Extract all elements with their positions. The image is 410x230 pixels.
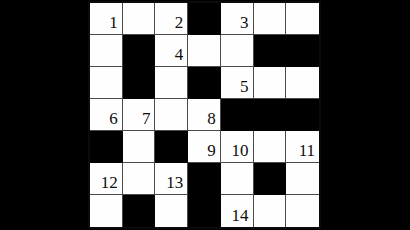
cell-r1c6[interactable] (254, 3, 287, 35)
cell-r2c1[interactable] (90, 35, 123, 67)
cell-r5c7[interactable]: 11 (286, 131, 319, 163)
block-cell-r3c4 (188, 67, 221, 99)
cell-r2c5[interactable] (221, 35, 254, 67)
clue-number-12: 12 (101, 174, 118, 191)
clue-number-6: 6 (109, 110, 118, 127)
screenshot-canvas: 1234567891011121314 (0, 0, 410, 230)
crossword-grid: 1234567891011121314 (88, 1, 321, 229)
block-cell-r4c7 (286, 99, 319, 131)
block-cell-r4c5 (221, 99, 254, 131)
block-cell-r7c2 (123, 195, 156, 227)
cell-r3c3[interactable] (155, 67, 188, 99)
cell-r1c5[interactable]: 3 (221, 3, 254, 35)
block-cell-r3c2 (123, 67, 156, 99)
cell-r4c1[interactable]: 6 (90, 99, 123, 131)
clue-number-11: 11 (299, 142, 315, 159)
clue-number-9: 9 (207, 142, 216, 159)
cell-r1c3[interactable]: 2 (155, 3, 188, 35)
clue-number-7: 7 (142, 110, 151, 127)
clue-number-5: 5 (240, 78, 249, 95)
cell-r3c7[interactable] (286, 67, 319, 99)
cell-r3c6[interactable] (254, 67, 287, 99)
clue-number-1: 1 (109, 14, 118, 31)
cell-r1c2[interactable] (123, 3, 156, 35)
block-cell-r2c7 (286, 35, 319, 67)
cell-r5c2[interactable] (123, 131, 156, 163)
cell-r6c1[interactable]: 12 (90, 163, 123, 195)
cell-r7c3[interactable] (155, 195, 188, 227)
cell-r5c4[interactable]: 9 (188, 131, 221, 163)
clue-number-2: 2 (175, 14, 184, 31)
cell-r6c5[interactable] (221, 163, 254, 195)
cell-r2c3[interactable]: 4 (155, 35, 188, 67)
block-cell-r7c4 (188, 195, 221, 227)
clue-number-8: 8 (207, 110, 216, 127)
cell-r1c7[interactable] (286, 3, 319, 35)
clue-number-10: 10 (232, 142, 249, 159)
cell-r5c5[interactable]: 10 (221, 131, 254, 163)
cell-r4c3[interactable] (155, 99, 188, 131)
cell-r4c4[interactable]: 8 (188, 99, 221, 131)
cell-r6c7[interactable] (286, 163, 319, 195)
block-cell-r5c3 (155, 131, 188, 163)
cell-r3c5[interactable]: 5 (221, 67, 254, 99)
clue-number-4: 4 (175, 46, 184, 63)
cell-r1c1[interactable]: 1 (90, 3, 123, 35)
block-cell-r6c4 (188, 163, 221, 195)
block-cell-r2c6 (254, 35, 287, 67)
clue-number-13: 13 (166, 174, 183, 191)
clue-number-14: 14 (232, 207, 249, 224)
cell-r7c6[interactable] (254, 195, 287, 227)
block-cell-r1c4 (188, 3, 221, 35)
clue-number-3: 3 (240, 14, 249, 31)
cell-r6c2[interactable] (123, 163, 156, 195)
block-cell-r2c2 (123, 35, 156, 67)
cell-r2c4[interactable] (188, 35, 221, 67)
cell-r3c1[interactable] (90, 67, 123, 99)
cell-r7c1[interactable] (90, 195, 123, 227)
block-cell-r6c6 (254, 163, 287, 195)
cell-r7c5[interactable]: 14 (221, 195, 254, 227)
cell-r6c3[interactable]: 13 (155, 163, 188, 195)
cell-r4c2[interactable]: 7 (123, 99, 156, 131)
cell-r7c7[interactable] (286, 195, 319, 227)
cell-r5c6[interactable] (254, 131, 287, 163)
block-cell-r5c1 (90, 131, 123, 163)
block-cell-r4c6 (254, 99, 287, 131)
